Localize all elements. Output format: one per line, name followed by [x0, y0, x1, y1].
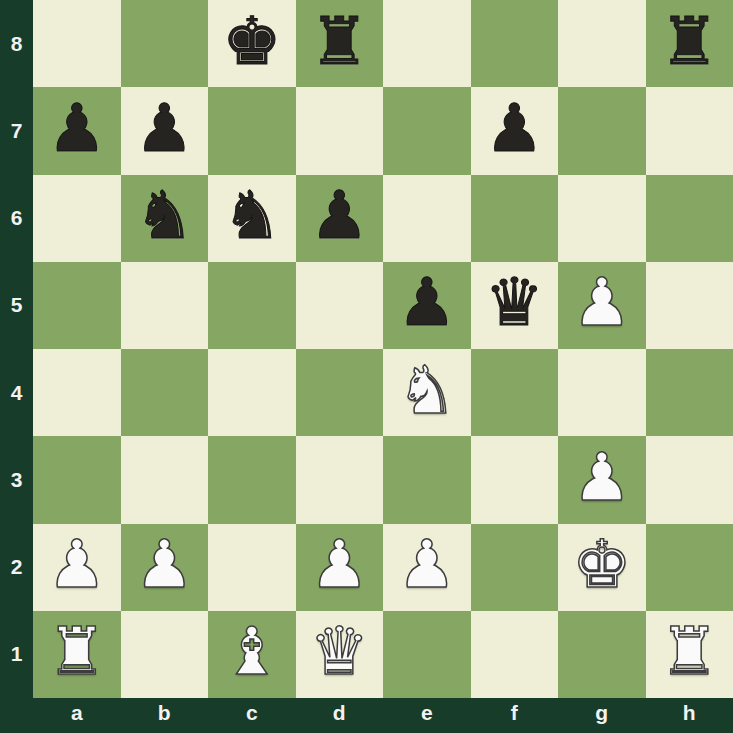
piece-white-pawn[interactable]: ♟ [572, 270, 631, 336]
square-b8[interactable] [121, 0, 209, 87]
square-h8[interactable]: ♜ [646, 0, 733, 87]
square-c6[interactable]: ♞ [208, 175, 296, 262]
square-b3[interactable] [121, 436, 209, 523]
square-h1[interactable]: ♜ [646, 611, 733, 698]
square-h6[interactable] [646, 175, 733, 262]
file-labels: abcdefgh [33, 698, 733, 733]
square-e7[interactable] [383, 87, 471, 174]
file-label-b: b [121, 698, 209, 733]
piece-white-rook[interactable]: ♜ [660, 619, 719, 685]
square-c4[interactable] [208, 349, 296, 436]
piece-black-pawn[interactable]: ♟ [310, 183, 369, 249]
square-d1[interactable]: ♛ [296, 611, 384, 698]
rank-label-1: 1 [0, 611, 33, 698]
square-d5[interactable] [296, 262, 384, 349]
file-label-g: g [558, 698, 646, 733]
square-c8[interactable]: ♚ [208, 0, 296, 87]
square-f4[interactable] [471, 349, 559, 436]
piece-white-pawn[interactable]: ♟ [135, 532, 194, 598]
piece-black-pawn[interactable]: ♟ [397, 270, 456, 336]
square-h2[interactable] [646, 524, 733, 611]
square-d6[interactable]: ♟ [296, 175, 384, 262]
file-label-a: a [33, 698, 121, 733]
square-g1[interactable] [558, 611, 646, 698]
square-b7[interactable]: ♟ [121, 87, 209, 174]
board-area: 87654321 ♚♜♜♟♟♟♞♞♟♟♛♟♞♟♟♟♟♟♚♜♝♛♜ [0, 0, 733, 698]
square-a1[interactable]: ♜ [33, 611, 121, 698]
square-e3[interactable] [383, 436, 471, 523]
piece-white-queen[interactable]: ♛ [310, 619, 369, 685]
file-label-d: d [296, 698, 384, 733]
square-g7[interactable] [558, 87, 646, 174]
square-b2[interactable]: ♟ [121, 524, 209, 611]
square-d7[interactable] [296, 87, 384, 174]
square-a4[interactable] [33, 349, 121, 436]
rank-label-6: 6 [0, 175, 33, 262]
square-a2[interactable]: ♟ [33, 524, 121, 611]
piece-white-pawn[interactable]: ♟ [397, 532, 456, 598]
piece-black-knight[interactable]: ♞ [135, 183, 194, 249]
square-g5[interactable]: ♟ [558, 262, 646, 349]
square-f3[interactable] [471, 436, 559, 523]
square-h3[interactable] [646, 436, 733, 523]
chess-board: ♚♜♜♟♟♟♞♞♟♟♛♟♞♟♟♟♟♟♚♜♝♛♜ [33, 0, 733, 698]
square-f2[interactable] [471, 524, 559, 611]
rank-label-5: 5 [0, 262, 33, 349]
square-c5[interactable] [208, 262, 296, 349]
chess-board-frame: 87654321 ♚♜♜♟♟♟♞♞♟♟♛♟♞♟♟♟♟♟♚♜♝♛♜ abcdefg… [0, 0, 733, 733]
square-a6[interactable] [33, 175, 121, 262]
square-e5[interactable]: ♟ [383, 262, 471, 349]
piece-black-king[interactable]: ♚ [222, 9, 281, 75]
square-f7[interactable]: ♟ [471, 87, 559, 174]
piece-white-knight[interactable]: ♞ [397, 358, 456, 424]
square-f1[interactable] [471, 611, 559, 698]
square-e8[interactable] [383, 0, 471, 87]
square-a5[interactable] [33, 262, 121, 349]
square-e1[interactable] [383, 611, 471, 698]
piece-black-pawn[interactable]: ♟ [47, 96, 106, 162]
square-e6[interactable] [383, 175, 471, 262]
square-c3[interactable] [208, 436, 296, 523]
piece-black-pawn[interactable]: ♟ [135, 96, 194, 162]
rank-label-3: 3 [0, 436, 33, 523]
file-label-e: e [383, 698, 471, 733]
square-g2[interactable]: ♚ [558, 524, 646, 611]
square-c1[interactable]: ♝ [208, 611, 296, 698]
square-f5[interactable]: ♛ [471, 262, 559, 349]
square-c7[interactable] [208, 87, 296, 174]
square-a8[interactable] [33, 0, 121, 87]
square-e2[interactable]: ♟ [383, 524, 471, 611]
square-h5[interactable] [646, 262, 733, 349]
square-c2[interactable] [208, 524, 296, 611]
piece-white-pawn[interactable]: ♟ [572, 445, 631, 511]
square-b1[interactable] [121, 611, 209, 698]
rank-labels: 87654321 [0, 0, 33, 698]
square-e4[interactable]: ♞ [383, 349, 471, 436]
file-label-h: h [646, 698, 733, 733]
square-d3[interactable] [296, 436, 384, 523]
square-g4[interactable] [558, 349, 646, 436]
square-a7[interactable]: ♟ [33, 87, 121, 174]
rank-label-4: 4 [0, 349, 33, 436]
square-b4[interactable] [121, 349, 209, 436]
piece-white-rook[interactable]: ♜ [47, 619, 106, 685]
square-d8[interactable]: ♜ [296, 0, 384, 87]
piece-black-rook[interactable]: ♜ [310, 9, 369, 75]
piece-white-bishop[interactable]: ♝ [222, 619, 281, 685]
square-d2[interactable]: ♟ [296, 524, 384, 611]
piece-white-pawn[interactable]: ♟ [310, 532, 369, 598]
file-label-f: f [471, 698, 559, 733]
rank-label-8: 8 [0, 0, 33, 87]
square-a3[interactable] [33, 436, 121, 523]
square-g3[interactable]: ♟ [558, 436, 646, 523]
square-f8[interactable] [471, 0, 559, 87]
piece-black-queen[interactable]: ♛ [485, 270, 544, 336]
square-d4[interactable] [296, 349, 384, 436]
piece-white-king[interactable]: ♚ [572, 532, 631, 598]
piece-black-rook[interactable]: ♜ [660, 9, 719, 75]
file-label-c: c [208, 698, 296, 733]
square-h7[interactable] [646, 87, 733, 174]
piece-black-pawn[interactable]: ♟ [485, 96, 544, 162]
square-b5[interactable] [121, 262, 209, 349]
rank-label-7: 7 [0, 87, 33, 174]
square-g6[interactable] [558, 175, 646, 262]
square-h4[interactable] [646, 349, 733, 436]
square-b6[interactable]: ♞ [121, 175, 209, 262]
square-f6[interactable] [471, 175, 559, 262]
piece-black-knight[interactable]: ♞ [222, 183, 281, 249]
square-g8[interactable] [558, 0, 646, 87]
piece-white-pawn[interactable]: ♟ [47, 532, 106, 598]
rank-label-2: 2 [0, 524, 33, 611]
